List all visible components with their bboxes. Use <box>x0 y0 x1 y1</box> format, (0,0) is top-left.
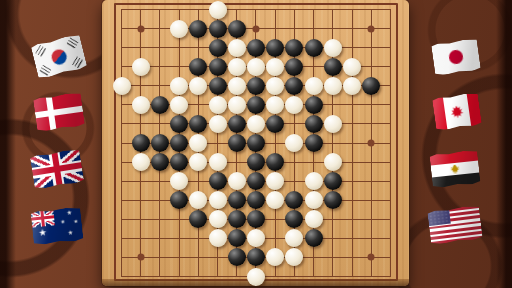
white-stone <box>209 96 227 114</box>
white-stone <box>228 39 246 57</box>
white-stone <box>170 77 188 95</box>
black-stone <box>285 210 303 228</box>
white-stone <box>285 96 303 114</box>
white-stone <box>228 58 246 76</box>
white-stone <box>189 77 207 95</box>
white-stone <box>228 96 246 114</box>
black-stone <box>247 134 265 152</box>
korea-trigram-icon <box>72 57 83 68</box>
black-stone <box>362 77 380 95</box>
korea-trigram-icon <box>40 65 51 76</box>
black-stone <box>247 77 265 95</box>
go-board <box>102 0 409 286</box>
black-stone <box>170 115 188 133</box>
black-stone <box>285 39 303 57</box>
white-stone <box>324 153 342 171</box>
eagle-of-saladin-icon <box>449 164 461 174</box>
white-stone <box>285 134 303 152</box>
black-stone <box>247 210 265 228</box>
black-stone <box>266 115 284 133</box>
flag-united-kingdom-icon <box>30 148 85 189</box>
white-stone <box>266 248 284 266</box>
white-stone <box>266 191 284 209</box>
black-stone <box>324 172 342 190</box>
white-stone <box>209 1 227 19</box>
flag-australia-icon: ★ ★ ★ ★ ★ <box>30 206 83 245</box>
black-stone <box>228 229 246 247</box>
white-stone <box>266 96 284 114</box>
black-stone <box>285 77 303 95</box>
union-jack-icon <box>30 148 85 189</box>
black-stone <box>305 115 323 133</box>
flag-japan-icon <box>431 38 481 76</box>
white-stone <box>343 77 361 95</box>
black-stone <box>247 172 265 190</box>
black-stone <box>247 153 265 171</box>
white-stone <box>343 58 361 76</box>
white-stone <box>305 77 323 95</box>
flag-egypt-icon <box>429 150 480 189</box>
korea-trigram-icon <box>35 45 46 56</box>
white-stone <box>247 115 265 133</box>
black-stone <box>209 172 227 190</box>
commonwealth-star-icon: ★ <box>38 228 47 238</box>
black-stone <box>305 39 323 57</box>
white-stone <box>132 58 150 76</box>
black-stone <box>305 229 323 247</box>
white-stone <box>247 58 265 76</box>
black-stone <box>189 115 207 133</box>
black-stone <box>170 191 188 209</box>
star-point <box>137 25 144 32</box>
white-stone <box>305 191 323 209</box>
black-stone <box>324 58 342 76</box>
white-stone <box>324 39 342 57</box>
black-stone <box>189 20 207 38</box>
black-stone <box>209 20 227 38</box>
flag-canada-icon <box>432 92 482 131</box>
black-stone <box>228 191 246 209</box>
white-stone <box>209 115 227 133</box>
white-stone <box>247 268 265 286</box>
black-stone <box>228 210 246 228</box>
white-stone <box>189 153 207 171</box>
white-stone <box>305 172 323 190</box>
white-stone <box>266 77 284 95</box>
white-stone <box>305 210 323 228</box>
black-stone <box>189 210 207 228</box>
white-stone <box>228 77 246 95</box>
white-stone <box>324 77 342 95</box>
white-stone <box>132 153 150 171</box>
black-stone <box>151 134 169 152</box>
board-grid[interactable] <box>121 9 391 277</box>
star-point <box>253 25 260 32</box>
black-stone <box>247 96 265 114</box>
black-stone <box>305 134 323 152</box>
southern-cross-star-icon: ★ <box>67 229 73 236</box>
flag-denmark-icon <box>33 92 85 132</box>
black-stone <box>247 39 265 57</box>
black-stone <box>228 134 246 152</box>
black-stone <box>151 153 169 171</box>
white-stone <box>285 229 303 247</box>
black-stone <box>228 20 246 38</box>
game-screen: ★ ★ ★ ★ ★ <box>0 0 512 288</box>
black-stone <box>189 58 207 76</box>
white-stone <box>228 172 246 190</box>
flag-united-states-icon <box>427 205 483 245</box>
korea-trigram-icon <box>67 37 78 48</box>
black-stone <box>209 39 227 57</box>
white-stone <box>170 96 188 114</box>
usa-star-canton-icon <box>427 209 451 227</box>
black-stone <box>305 96 323 114</box>
white-stone <box>132 96 150 114</box>
maple-leaf-icon <box>450 104 465 119</box>
white-stone <box>189 134 207 152</box>
australia-canton-union-jack-icon <box>30 209 55 227</box>
korea-taegeuk-icon <box>49 46 70 67</box>
southern-cross-star-icon: ★ <box>73 219 78 224</box>
black-stone <box>209 77 227 95</box>
black-stone <box>170 153 188 171</box>
white-stone <box>209 229 227 247</box>
white-stone <box>266 58 284 76</box>
black-stone <box>285 58 303 76</box>
white-stone <box>189 191 207 209</box>
white-stone <box>285 248 303 266</box>
star-point <box>368 25 375 32</box>
white-stone <box>266 172 284 190</box>
black-stone <box>247 248 265 266</box>
black-stone <box>151 96 169 114</box>
white-stone <box>247 229 265 247</box>
black-stone <box>247 191 265 209</box>
southern-cross-star-icon: ★ <box>66 209 72 216</box>
black-stone <box>228 248 246 266</box>
star-point <box>137 254 144 261</box>
white-stone <box>113 77 131 95</box>
white-stone <box>209 191 227 209</box>
white-stone <box>170 20 188 38</box>
white-stone <box>209 153 227 171</box>
star-point <box>368 140 375 147</box>
white-stone <box>324 115 342 133</box>
flag-south-korea-icon <box>31 33 88 79</box>
black-stone <box>266 153 284 171</box>
black-stone <box>132 134 150 152</box>
star-point <box>368 254 375 261</box>
white-stone <box>209 210 227 228</box>
black-stone <box>324 191 342 209</box>
black-stone <box>228 115 246 133</box>
japan-sun-icon <box>448 49 464 65</box>
black-stone <box>209 58 227 76</box>
black-stone <box>285 191 303 209</box>
black-stone <box>266 39 284 57</box>
black-stone <box>170 134 188 152</box>
white-stone <box>170 172 188 190</box>
southern-cross-star-icon: ★ <box>60 219 65 224</box>
